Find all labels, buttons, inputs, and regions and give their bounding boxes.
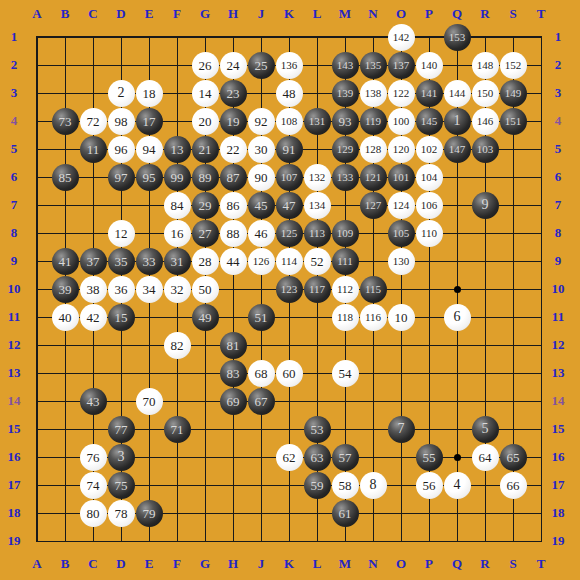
- stone-move-number: 136: [281, 60, 298, 71]
- stone-D5: 96: [108, 136, 135, 163]
- row-label-right-3: 3: [555, 85, 562, 101]
- stone-move-number: 19: [227, 115, 240, 128]
- stone-move-number: 29: [199, 199, 212, 212]
- stone-move-number: 108: [281, 116, 298, 127]
- stone-O11: 10: [388, 304, 415, 331]
- stone-move-number: 66: [507, 479, 520, 492]
- stone-L8: 113: [304, 220, 331, 247]
- stone-D8: 12: [108, 220, 135, 247]
- stone-R5: 103: [472, 136, 499, 163]
- stone-move-number: 134: [309, 200, 326, 211]
- stone-move-number: 86: [227, 199, 240, 212]
- stone-move-number: 61: [339, 507, 352, 520]
- stone-move-number: 34: [143, 283, 156, 296]
- stone-B6: 85: [52, 164, 79, 191]
- stone-move-number: 96: [115, 143, 128, 156]
- stone-move-number: 13: [171, 143, 184, 156]
- stone-move-number: 2: [118, 86, 125, 100]
- stone-move-number: 117: [309, 284, 325, 295]
- stone-move-number: 58: [339, 479, 352, 492]
- stone-S17: 66: [500, 472, 527, 499]
- stone-move-number: 132: [309, 172, 326, 183]
- row-label-right-17: 17: [552, 477, 565, 493]
- stone-move-number: 32: [171, 283, 184, 296]
- stone-move-number: 94: [143, 143, 156, 156]
- stone-L17: 59: [304, 472, 331, 499]
- row-label-left-8: 8: [11, 225, 18, 241]
- row-label-right-16: 16: [552, 449, 565, 465]
- stone-move-number: 8: [370, 478, 377, 492]
- stone-G9: 28: [192, 248, 219, 275]
- stone-P16: 55: [416, 444, 443, 471]
- stone-move-number: 102: [421, 144, 438, 155]
- stone-L15: 53: [304, 416, 331, 443]
- stone-K5: 91: [276, 136, 303, 163]
- stone-move-number: 72: [87, 115, 100, 128]
- stone-D10: 36: [108, 276, 135, 303]
- col-label-bottom-T: T: [537, 556, 546, 572]
- stone-move-number: 63: [311, 451, 324, 464]
- stone-E5: 94: [136, 136, 163, 163]
- stone-R4: 146: [472, 108, 499, 135]
- hoshi-Q16: [454, 454, 461, 461]
- row-label-left-4: 4: [11, 113, 18, 129]
- stone-move-number: 111: [337, 256, 353, 267]
- stone-E10: 34: [136, 276, 163, 303]
- stone-move-number: 48: [283, 87, 296, 100]
- stone-move-number: 128: [365, 144, 382, 155]
- stone-move-number: 67: [255, 395, 268, 408]
- stone-G3: 14: [192, 80, 219, 107]
- stone-move-number: 38: [87, 283, 100, 296]
- stone-M8: 109: [332, 220, 359, 247]
- stone-move-number: 130: [393, 256, 410, 267]
- stone-move-number: 69: [227, 395, 240, 408]
- row-label-right-11: 11: [552, 309, 564, 325]
- stone-move-number: 87: [227, 171, 240, 184]
- stone-C16: 76: [80, 444, 107, 471]
- row-label-right-14: 14: [552, 393, 565, 409]
- stone-move-number: 95: [143, 171, 156, 184]
- row-label-left-3: 3: [11, 85, 18, 101]
- stone-N3: 138: [360, 80, 387, 107]
- stone-move-number: 140: [421, 60, 438, 71]
- stone-move-number: 97: [115, 171, 128, 184]
- stone-H3: 23: [220, 80, 247, 107]
- stone-move-number: 59: [311, 479, 324, 492]
- row-label-left-9: 9: [11, 253, 18, 269]
- stone-K13: 60: [276, 360, 303, 387]
- stone-M2: 143: [332, 52, 359, 79]
- stone-E4: 17: [136, 108, 163, 135]
- stone-B10: 39: [52, 276, 79, 303]
- stone-E14: 70: [136, 388, 163, 415]
- stone-move-number: 53: [311, 423, 324, 436]
- stone-move-number: 151: [505, 116, 522, 127]
- go-kifu-diagram: AABBCCDDEEFFGGHHJJKKLLMMNNOOPPQQRRSSTT11…: [0, 0, 580, 580]
- stone-O15: 7: [388, 416, 415, 443]
- stone-move-number: 121: [365, 172, 382, 183]
- stone-move-number: 62: [283, 451, 296, 464]
- stone-P17: 56: [416, 472, 443, 499]
- col-label-top-Q: Q: [452, 6, 462, 22]
- row-label-right-5: 5: [555, 141, 562, 157]
- col-label-bottom-M: M: [339, 556, 351, 572]
- stone-M9: 111: [332, 248, 359, 275]
- stone-move-number: 127: [365, 200, 382, 211]
- row-label-left-2: 2: [11, 57, 18, 73]
- stone-F7: 84: [164, 192, 191, 219]
- stone-H5: 22: [220, 136, 247, 163]
- stone-move-number: 23: [227, 87, 240, 100]
- stone-move-number: 46: [255, 227, 268, 240]
- stone-C4: 72: [80, 108, 107, 135]
- stone-N7: 127: [360, 192, 387, 219]
- stone-move-number: 22: [227, 143, 240, 156]
- col-label-top-A: A: [32, 6, 41, 22]
- stone-move-number: 49: [199, 311, 212, 324]
- stone-P8: 110: [416, 220, 443, 247]
- stone-move-number: 27: [199, 227, 212, 240]
- row-label-left-10: 10: [8, 281, 21, 297]
- stone-move-number: 82: [171, 339, 184, 352]
- col-label-top-R: R: [480, 6, 489, 22]
- stone-move-number: 125: [281, 228, 298, 239]
- stone-move-number: 52: [311, 255, 324, 268]
- stone-move-number: 16: [171, 227, 184, 240]
- stone-H9: 44: [220, 248, 247, 275]
- stone-F15: 71: [164, 416, 191, 443]
- stone-K4: 108: [276, 108, 303, 135]
- stone-F8: 16: [164, 220, 191, 247]
- stone-C18: 80: [80, 500, 107, 527]
- stone-O7: 124: [388, 192, 415, 219]
- row-label-left-7: 7: [11, 197, 18, 213]
- stone-move-number: 142: [393, 32, 410, 43]
- stone-move-number: 147: [449, 144, 466, 155]
- stone-N10: 115: [360, 276, 387, 303]
- stone-move-number: 77: [115, 423, 128, 436]
- stone-H7: 86: [220, 192, 247, 219]
- col-label-top-B: B: [61, 6, 70, 22]
- stone-E6: 95: [136, 164, 163, 191]
- col-label-bottom-B: B: [61, 556, 70, 572]
- stone-move-number: 15: [115, 311, 128, 324]
- stone-O4: 100: [388, 108, 415, 135]
- stone-move-number: 24: [227, 59, 240, 72]
- stone-B11: 40: [52, 304, 79, 331]
- col-label-bottom-E: E: [145, 556, 154, 572]
- stone-move-number: 124: [393, 200, 410, 211]
- stone-M6: 133: [332, 164, 359, 191]
- row-label-right-13: 13: [552, 365, 565, 381]
- stone-R16: 64: [472, 444, 499, 471]
- stone-move-number: 85: [59, 171, 72, 184]
- row-label-right-8: 8: [555, 225, 562, 241]
- stone-G2: 26: [192, 52, 219, 79]
- stone-C11: 42: [80, 304, 107, 331]
- stone-move-number: 152: [505, 60, 522, 71]
- col-label-bottom-K: K: [284, 556, 294, 572]
- stone-move-number: 148: [477, 60, 494, 71]
- stone-move-number: 55: [423, 451, 436, 464]
- row-label-left-5: 5: [11, 141, 18, 157]
- stone-G8: 27: [192, 220, 219, 247]
- stone-move-number: 7: [398, 422, 405, 436]
- stone-M4: 93: [332, 108, 359, 135]
- stone-Q1: 153: [444, 24, 471, 51]
- stone-move-number: 51: [255, 311, 268, 324]
- stone-move-number: 39: [59, 283, 72, 296]
- stone-move-number: 5: [482, 422, 489, 436]
- stone-move-number: 137: [393, 60, 410, 71]
- stone-move-number: 135: [365, 60, 382, 71]
- stone-F5: 13: [164, 136, 191, 163]
- stone-move-number: 139: [337, 88, 354, 99]
- stone-D15: 77: [108, 416, 135, 443]
- stone-R3: 150: [472, 80, 499, 107]
- stone-move-number: 98: [115, 115, 128, 128]
- col-label-bottom-P: P: [425, 556, 433, 572]
- stone-D17: 75: [108, 472, 135, 499]
- stone-move-number: 50: [199, 283, 212, 296]
- col-label-top-H: H: [228, 6, 238, 22]
- stone-R2: 148: [472, 52, 499, 79]
- col-label-top-G: G: [200, 6, 210, 22]
- stone-D3: 2: [108, 80, 135, 107]
- stone-move-number: 123: [281, 284, 298, 295]
- row-label-right-15: 15: [552, 421, 565, 437]
- stone-move-number: 138: [365, 88, 382, 99]
- stone-move-number: 40: [59, 311, 72, 324]
- stone-move-number: 122: [393, 88, 410, 99]
- stone-move-number: 90: [255, 171, 268, 184]
- stone-move-number: 88: [227, 227, 240, 240]
- stone-J13: 68: [248, 360, 275, 387]
- stone-E9: 33: [136, 248, 163, 275]
- stone-move-number: 92: [255, 115, 268, 128]
- stone-move-number: 20: [199, 115, 212, 128]
- stone-move-number: 75: [115, 479, 128, 492]
- stone-C5: 11: [80, 136, 107, 163]
- stone-move-number: 60: [283, 367, 296, 380]
- stone-N17: 8: [360, 472, 387, 499]
- stone-P4: 145: [416, 108, 443, 135]
- stone-J8: 46: [248, 220, 275, 247]
- stone-move-number: 116: [365, 312, 381, 323]
- stone-P5: 102: [416, 136, 443, 163]
- row-label-left-18: 18: [8, 505, 21, 521]
- stone-move-number: 4: [454, 478, 461, 492]
- row-label-left-19: 19: [8, 533, 21, 549]
- col-label-bottom-C: C: [88, 556, 97, 572]
- stone-move-number: 99: [171, 171, 184, 184]
- stone-move-number: 41: [59, 255, 72, 268]
- row-label-right-6: 6: [555, 169, 562, 185]
- row-label-left-15: 15: [8, 421, 21, 437]
- col-label-bottom-H: H: [228, 556, 238, 572]
- col-label-top-F: F: [173, 6, 181, 22]
- stone-B4: 73: [52, 108, 79, 135]
- stone-G6: 89: [192, 164, 219, 191]
- stone-move-number: 84: [171, 199, 184, 212]
- row-label-right-12: 12: [552, 337, 565, 353]
- stone-O5: 120: [388, 136, 415, 163]
- stone-O8: 105: [388, 220, 415, 247]
- stone-move-number: 91: [283, 143, 296, 156]
- stone-F9: 31: [164, 248, 191, 275]
- stone-M18: 61: [332, 500, 359, 527]
- stone-G11: 49: [192, 304, 219, 331]
- stone-D11: 15: [108, 304, 135, 331]
- col-label-bottom-A: A: [32, 556, 41, 572]
- stone-move-number: 12: [115, 227, 128, 240]
- stone-J9: 126: [248, 248, 275, 275]
- stone-M11: 118: [332, 304, 359, 331]
- stone-J11: 51: [248, 304, 275, 331]
- stone-move-number: 1: [454, 114, 461, 128]
- stone-F12: 82: [164, 332, 191, 359]
- stone-O6: 101: [388, 164, 415, 191]
- stone-move-number: 114: [281, 256, 297, 267]
- stone-move-number: 73: [59, 115, 72, 128]
- col-label-top-L: L: [313, 6, 322, 22]
- stone-move-number: 64: [479, 451, 492, 464]
- col-label-top-P: P: [425, 6, 433, 22]
- row-label-left-6: 6: [11, 169, 18, 185]
- stone-move-number: 126: [253, 256, 270, 267]
- stone-H2: 24: [220, 52, 247, 79]
- stone-move-number: 146: [477, 116, 494, 127]
- stone-move-number: 74: [87, 479, 100, 492]
- col-label-bottom-O: O: [396, 556, 406, 572]
- stone-move-number: 103: [477, 144, 494, 155]
- stone-move-number: 150: [477, 88, 494, 99]
- stone-move-number: 44: [227, 255, 240, 268]
- stone-Q3: 144: [444, 80, 471, 107]
- stone-move-number: 6: [454, 310, 461, 324]
- stone-move-number: 26: [199, 59, 212, 72]
- row-label-right-9: 9: [555, 253, 562, 269]
- stone-K10: 123: [276, 276, 303, 303]
- row-label-left-16: 16: [8, 449, 21, 465]
- stone-M17: 58: [332, 472, 359, 499]
- stone-move-number: 21: [199, 143, 212, 156]
- stone-Q5: 147: [444, 136, 471, 163]
- stone-move-number: 54: [339, 367, 352, 380]
- row-label-right-1: 1: [555, 29, 562, 45]
- stone-Q4: 1: [444, 108, 471, 135]
- row-label-right-4: 4: [555, 113, 562, 129]
- row-label-right-18: 18: [552, 505, 565, 521]
- stone-move-number: 101: [393, 172, 410, 183]
- stone-move-number: 113: [309, 228, 325, 239]
- stone-N4: 119: [360, 108, 387, 135]
- stone-K7: 47: [276, 192, 303, 219]
- stone-move-number: 25: [255, 59, 268, 72]
- stone-move-number: 78: [115, 507, 128, 520]
- row-label-left-12: 12: [8, 337, 21, 353]
- stone-move-number: 129: [337, 144, 354, 155]
- stone-move-number: 30: [255, 143, 268, 156]
- stone-O9: 130: [388, 248, 415, 275]
- col-label-top-J: J: [258, 6, 265, 22]
- stone-move-number: 104: [421, 172, 438, 183]
- stone-move-number: 35: [115, 255, 128, 268]
- stone-F6: 99: [164, 164, 191, 191]
- stone-M13: 54: [332, 360, 359, 387]
- stone-M3: 139: [332, 80, 359, 107]
- stone-D6: 97: [108, 164, 135, 191]
- stone-move-number: 149: [505, 88, 522, 99]
- stone-J6: 90: [248, 164, 275, 191]
- stone-move-number: 105: [393, 228, 410, 239]
- stone-move-number: 145: [421, 116, 438, 127]
- stone-L9: 52: [304, 248, 331, 275]
- stone-K16: 62: [276, 444, 303, 471]
- stone-H14: 69: [220, 388, 247, 415]
- stone-K6: 107: [276, 164, 303, 191]
- stone-move-number: 131: [309, 116, 326, 127]
- stone-J7: 45: [248, 192, 275, 219]
- stone-move-number: 107: [281, 172, 298, 183]
- stone-move-number: 17: [143, 115, 156, 128]
- stone-J14: 67: [248, 388, 275, 415]
- stone-move-number: 119: [365, 116, 381, 127]
- stone-J4: 92: [248, 108, 275, 135]
- row-label-right-10: 10: [552, 281, 565, 297]
- stone-move-number: 28: [199, 255, 212, 268]
- stone-S2: 152: [500, 52, 527, 79]
- stone-S16: 65: [500, 444, 527, 471]
- col-label-bottom-R: R: [480, 556, 489, 572]
- stone-move-number: 109: [337, 228, 354, 239]
- stone-R7: 9: [472, 192, 499, 219]
- stone-move-number: 11: [87, 143, 100, 156]
- stone-N11: 116: [360, 304, 387, 331]
- stone-move-number: 106: [421, 200, 438, 211]
- stone-H4: 19: [220, 108, 247, 135]
- stone-move-number: 118: [337, 312, 353, 323]
- stone-move-number: 36: [115, 283, 128, 296]
- stone-N5: 128: [360, 136, 387, 163]
- stone-Q17: 4: [444, 472, 471, 499]
- col-label-top-E: E: [145, 6, 154, 22]
- col-label-bottom-N: N: [368, 556, 377, 572]
- col-label-top-C: C: [88, 6, 97, 22]
- stone-K8: 125: [276, 220, 303, 247]
- stone-L7: 134: [304, 192, 331, 219]
- col-label-top-K: K: [284, 6, 294, 22]
- stone-move-number: 141: [421, 88, 438, 99]
- stone-K3: 48: [276, 80, 303, 107]
- stone-move-number: 143: [337, 60, 354, 71]
- stone-move-number: 45: [255, 199, 268, 212]
- stone-E3: 18: [136, 80, 163, 107]
- stone-G4: 20: [192, 108, 219, 135]
- stone-move-number: 112: [337, 284, 353, 295]
- stone-P2: 140: [416, 52, 443, 79]
- stone-B9: 41: [52, 248, 79, 275]
- stone-S4: 151: [500, 108, 527, 135]
- stone-R15: 5: [472, 416, 499, 443]
- col-label-bottom-L: L: [313, 556, 322, 572]
- col-label-bottom-G: G: [200, 556, 210, 572]
- stone-move-number: 9: [482, 198, 489, 212]
- stone-C17: 74: [80, 472, 107, 499]
- col-label-bottom-F: F: [173, 556, 181, 572]
- stone-move-number: 18: [143, 87, 156, 100]
